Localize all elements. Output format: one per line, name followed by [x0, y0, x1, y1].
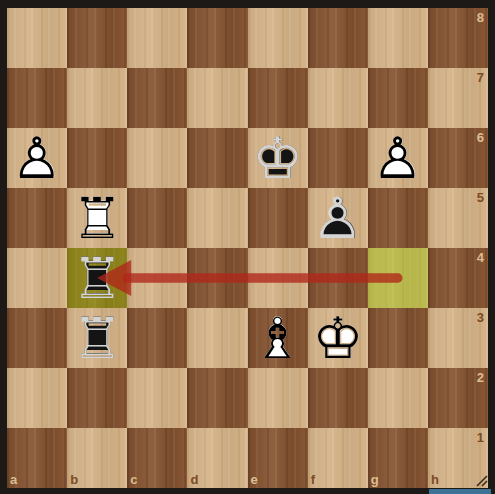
square-f5[interactable]: ♟♙: [308, 188, 368, 248]
square-b7[interactable]: [67, 68, 127, 128]
coord-rank-4: 4: [477, 250, 484, 265]
square-a8[interactable]: [7, 8, 67, 68]
square-a1[interactable]: a: [7, 428, 67, 488]
square-b8[interactable]: [67, 8, 127, 68]
white-rook-b5[interactable]: ♜♖: [67, 188, 127, 248]
coord-file-d: d: [190, 472, 198, 487]
white-pawn-g6[interactable]: ♟♙: [368, 128, 428, 188]
square-f3[interactable]: ♚♔: [308, 308, 368, 368]
coord-rank-5: 5: [477, 190, 484, 205]
square-e3[interactable]: ♝♗: [248, 308, 308, 368]
square-h8[interactable]: 8: [428, 8, 488, 68]
square-g8[interactable]: [368, 8, 428, 68]
square-c5[interactable]: [127, 188, 187, 248]
coord-rank-7: 7: [477, 70, 484, 85]
coord-file-f: f: [311, 472, 315, 487]
square-g7[interactable]: [368, 68, 428, 128]
coord-file-b: b: [70, 472, 78, 487]
square-d6[interactable]: [187, 128, 247, 188]
square-h6[interactable]: 6: [428, 128, 488, 188]
coord-rank-6: 6: [477, 130, 484, 145]
square-d7[interactable]: [187, 68, 247, 128]
square-g1[interactable]: g: [368, 428, 428, 488]
highlight-g4: [368, 248, 428, 308]
square-e8[interactable]: [248, 8, 308, 68]
square-d8[interactable]: [187, 8, 247, 68]
coord-rank-2: 2: [477, 370, 484, 385]
square-d1[interactable]: d: [187, 428, 247, 488]
square-a2[interactable]: [7, 368, 67, 428]
coord-rank-1: 1: [477, 430, 484, 445]
square-b2[interactable]: [67, 368, 127, 428]
coord-rank-3: 3: [477, 310, 484, 325]
square-h5[interactable]: 5: [428, 188, 488, 248]
square-b1[interactable]: b: [67, 428, 127, 488]
black-rook-b3[interactable]: ♜♖: [67, 308, 127, 368]
square-a5[interactable]: [7, 188, 67, 248]
square-d3[interactable]: [187, 308, 247, 368]
square-d5[interactable]: [187, 188, 247, 248]
black-king-outline-icon: ♔: [248, 128, 308, 188]
square-g3[interactable]: [368, 308, 428, 368]
square-e5[interactable]: [248, 188, 308, 248]
black-pawn-f5[interactable]: ♟♙: [308, 188, 368, 248]
square-h2[interactable]: 2: [428, 368, 488, 428]
square-d4[interactable]: [187, 248, 247, 308]
white-bishop-e3[interactable]: ♝♗: [248, 308, 308, 368]
square-g4[interactable]: [368, 248, 428, 308]
square-e7[interactable]: [248, 68, 308, 128]
board-panel: 87♟♙♚♔♟♙6♜♖♟♙5♜♖4♜♖♝♗♚♔32abcdefgh1: [0, 0, 495, 494]
square-h4[interactable]: 4: [428, 248, 488, 308]
square-e1[interactable]: e: [248, 428, 308, 488]
square-e6[interactable]: ♚♔: [248, 128, 308, 188]
square-c6[interactable]: [127, 128, 187, 188]
square-e2[interactable]: [248, 368, 308, 428]
square-b3[interactable]: ♜♖: [67, 308, 127, 368]
square-c3[interactable]: [127, 308, 187, 368]
black-rook-outline-icon: ♖: [67, 308, 127, 368]
square-c4[interactable]: [127, 248, 187, 308]
square-a3[interactable]: [7, 308, 67, 368]
square-g5[interactable]: [368, 188, 428, 248]
square-f7[interactable]: [308, 68, 368, 128]
white-bishop-outline-icon: ♗: [248, 308, 308, 368]
square-f4[interactable]: [308, 248, 368, 308]
square-f1[interactable]: f: [308, 428, 368, 488]
square-f8[interactable]: [308, 8, 368, 68]
black-rook-outline-icon: ♖: [67, 248, 127, 308]
white-king-f3[interactable]: ♚♔: [308, 308, 368, 368]
square-a7[interactable]: [7, 68, 67, 128]
white-pawn-outline-icon: ♙: [7, 128, 67, 188]
square-d2[interactable]: [187, 368, 247, 428]
resize-grip-lines: [477, 476, 487, 486]
scrollbar-thumb[interactable]: [429, 489, 491, 494]
square-b5[interactable]: ♜♖: [67, 188, 127, 248]
square-a6[interactable]: ♟♙: [7, 128, 67, 188]
coord-file-a: a: [10, 472, 17, 487]
coord-file-h: h: [431, 472, 439, 487]
black-pawn-outline-icon: ♙: [308, 188, 368, 248]
white-rook-outline-icon: ♖: [67, 188, 127, 248]
square-g2[interactable]: [368, 368, 428, 428]
square-h3[interactable]: 3: [428, 308, 488, 368]
coord-rank-8: 8: [477, 10, 484, 25]
coord-file-c: c: [130, 472, 137, 487]
white-king-outline-icon: ♔: [308, 308, 368, 368]
coord-file-e: e: [251, 472, 258, 487]
square-c8[interactable]: [127, 8, 187, 68]
square-c2[interactable]: [127, 368, 187, 428]
white-pawn-a6[interactable]: ♟♙: [7, 128, 67, 188]
square-f2[interactable]: [308, 368, 368, 428]
square-b6[interactable]: [67, 128, 127, 188]
square-h7[interactable]: 7: [428, 68, 488, 128]
board: 87♟♙♚♔♟♙6♜♖♟♙5♜♖4♜♖♝♗♚♔32abcdefgh1: [7, 8, 488, 488]
resize-grip[interactable]: [474, 473, 490, 489]
square-a4[interactable]: [7, 248, 67, 308]
black-rook-b4[interactable]: ♜♖: [67, 248, 127, 308]
square-c7[interactable]: [127, 68, 187, 128]
black-king-e6[interactable]: ♚♔: [248, 128, 308, 188]
square-b4[interactable]: ♜♖: [67, 248, 127, 308]
square-e4[interactable]: [248, 248, 308, 308]
square-c1[interactable]: c: [127, 428, 187, 488]
coord-file-g: g: [371, 472, 379, 487]
white-pawn-outline-icon: ♙: [368, 128, 428, 188]
square-g6[interactable]: ♟♙: [368, 128, 428, 188]
square-f6[interactable]: [308, 128, 368, 188]
